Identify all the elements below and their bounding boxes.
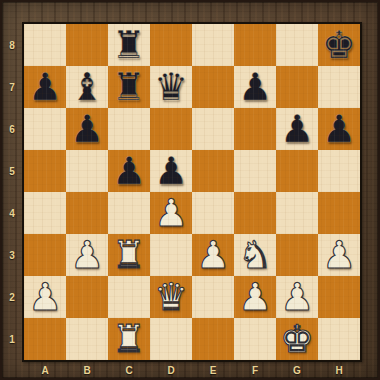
square-f3[interactable]: ♞ xyxy=(234,234,276,276)
piece-white-pawn-e3[interactable]: ♟ xyxy=(196,234,230,276)
piece-black-queen-d7[interactable]: ♛ xyxy=(154,66,188,108)
square-c6[interactable] xyxy=(108,108,150,150)
board-frame: 87654321 ABCDEFGH ♜♚♟♝♜♛♟♟♟♟♟♟♟♟♜♟♞♟♟♛♟♟… xyxy=(0,0,380,380)
square-d2[interactable]: ♛ xyxy=(150,276,192,318)
square-g2[interactable]: ♟ xyxy=(276,276,318,318)
file-label-e: E xyxy=(192,360,234,380)
square-a2[interactable]: ♟ xyxy=(24,276,66,318)
square-e4[interactable] xyxy=(192,192,234,234)
square-c5[interactable]: ♟ xyxy=(108,150,150,192)
piece-white-queen-d2[interactable]: ♛ xyxy=(154,276,188,318)
square-a5[interactable] xyxy=(24,150,66,192)
square-b1[interactable] xyxy=(66,318,108,360)
file-label-f: F xyxy=(234,360,276,380)
square-c8[interactable]: ♜ xyxy=(108,24,150,66)
square-g7[interactable] xyxy=(276,66,318,108)
piece-black-pawn-c5[interactable]: ♟ xyxy=(112,150,146,192)
square-g6[interactable]: ♟ xyxy=(276,108,318,150)
square-f6[interactable] xyxy=(234,108,276,150)
square-d6[interactable] xyxy=(150,108,192,150)
rank-label-2: 2 xyxy=(2,276,22,318)
file-label-g: G xyxy=(276,360,318,380)
rank-label-8: 8 xyxy=(2,24,22,66)
square-f8[interactable] xyxy=(234,24,276,66)
rank-label-4: 4 xyxy=(2,192,22,234)
square-b4[interactable] xyxy=(66,192,108,234)
square-b2[interactable] xyxy=(66,276,108,318)
rank-label-1: 1 xyxy=(2,318,22,360)
rank-label-5: 5 xyxy=(2,150,22,192)
piece-white-rook-c3[interactable]: ♜ xyxy=(112,234,146,276)
piece-black-pawn-b6[interactable]: ♟ xyxy=(70,108,104,150)
piece-black-rook-c8[interactable]: ♜ xyxy=(112,24,146,66)
square-h7[interactable] xyxy=(318,66,360,108)
chess-board[interactable]: ♜♚♟♝♜♛♟♟♟♟♟♟♟♟♜♟♞♟♟♛♟♟♜♚ xyxy=(24,24,360,360)
piece-black-pawn-h6[interactable]: ♟ xyxy=(322,108,356,150)
square-a6[interactable] xyxy=(24,108,66,150)
square-e6[interactable] xyxy=(192,108,234,150)
piece-white-king-g1[interactable]: ♚ xyxy=(280,318,314,360)
rank-labels: 87654321 xyxy=(2,24,22,360)
square-d8[interactable] xyxy=(150,24,192,66)
square-b5[interactable] xyxy=(66,150,108,192)
piece-white-pawn-b3[interactable]: ♟ xyxy=(70,234,104,276)
file-label-a: A xyxy=(24,360,66,380)
file-label-b: B xyxy=(66,360,108,380)
piece-white-pawn-a2[interactable]: ♟ xyxy=(28,276,62,318)
square-f7[interactable]: ♟ xyxy=(234,66,276,108)
file-label-d: D xyxy=(150,360,192,380)
square-h4[interactable] xyxy=(318,192,360,234)
rank-label-3: 3 xyxy=(2,234,22,276)
square-g3[interactable] xyxy=(276,234,318,276)
square-a8[interactable] xyxy=(24,24,66,66)
square-c4[interactable] xyxy=(108,192,150,234)
square-e1[interactable] xyxy=(192,318,234,360)
piece-white-rook-c1[interactable]: ♜ xyxy=(112,318,146,360)
piece-black-pawn-d5[interactable]: ♟ xyxy=(154,150,188,192)
square-d4[interactable]: ♟ xyxy=(150,192,192,234)
square-b7[interactable]: ♝ xyxy=(66,66,108,108)
file-label-h: H xyxy=(318,360,360,380)
square-c3[interactable]: ♜ xyxy=(108,234,150,276)
square-g8[interactable] xyxy=(276,24,318,66)
square-h3[interactable]: ♟ xyxy=(318,234,360,276)
piece-white-pawn-d4[interactable]: ♟ xyxy=(154,192,188,234)
square-c2[interactable] xyxy=(108,276,150,318)
square-d3[interactable] xyxy=(150,234,192,276)
square-e2[interactable] xyxy=(192,276,234,318)
square-g5[interactable] xyxy=(276,150,318,192)
piece-black-king-h8[interactable]: ♚ xyxy=(322,24,356,66)
piece-white-pawn-h3[interactable]: ♟ xyxy=(322,234,356,276)
square-c7[interactable]: ♜ xyxy=(108,66,150,108)
square-d7[interactable]: ♛ xyxy=(150,66,192,108)
piece-black-pawn-f7[interactable]: ♟ xyxy=(238,66,272,108)
piece-black-pawn-a7[interactable]: ♟ xyxy=(28,66,62,108)
piece-white-pawn-g2[interactable]: ♟ xyxy=(280,276,314,318)
piece-black-rook-c7[interactable]: ♜ xyxy=(112,66,146,108)
square-f5[interactable] xyxy=(234,150,276,192)
square-e3[interactable]: ♟ xyxy=(192,234,234,276)
square-h1[interactable] xyxy=(318,318,360,360)
square-e8[interactable] xyxy=(192,24,234,66)
square-f2[interactable]: ♟ xyxy=(234,276,276,318)
square-e7[interactable] xyxy=(192,66,234,108)
square-g4[interactable] xyxy=(276,192,318,234)
square-d1[interactable] xyxy=(150,318,192,360)
square-f4[interactable] xyxy=(234,192,276,234)
square-f1[interactable] xyxy=(234,318,276,360)
square-c1[interactable]: ♜ xyxy=(108,318,150,360)
square-a4[interactable] xyxy=(24,192,66,234)
square-g1[interactable]: ♚ xyxy=(276,318,318,360)
square-b3[interactable]: ♟ xyxy=(66,234,108,276)
piece-white-knight-f3[interactable]: ♞ xyxy=(238,234,272,276)
file-labels: ABCDEFGH xyxy=(24,360,360,380)
piece-black-bishop-b7[interactable]: ♝ xyxy=(70,66,104,108)
piece-white-pawn-f2[interactable]: ♟ xyxy=(238,276,272,318)
square-a7[interactable]: ♟ xyxy=(24,66,66,108)
square-b8[interactable] xyxy=(66,24,108,66)
square-e5[interactable] xyxy=(192,150,234,192)
square-d5[interactable]: ♟ xyxy=(150,150,192,192)
piece-black-pawn-g6[interactable]: ♟ xyxy=(280,108,314,150)
rank-label-7: 7 xyxy=(2,66,22,108)
square-a1[interactable] xyxy=(24,318,66,360)
board-border: ♜♚♟♝♜♛♟♟♟♟♟♟♟♟♜♟♞♟♟♛♟♟♜♚ xyxy=(22,22,362,362)
square-h2[interactable] xyxy=(318,276,360,318)
square-h6[interactable]: ♟ xyxy=(318,108,360,150)
square-h8[interactable]: ♚ xyxy=(318,24,360,66)
file-label-c: C xyxy=(108,360,150,380)
square-a3[interactable] xyxy=(24,234,66,276)
rank-label-6: 6 xyxy=(2,108,22,150)
square-h5[interactable] xyxy=(318,150,360,192)
square-b6[interactable]: ♟ xyxy=(66,108,108,150)
